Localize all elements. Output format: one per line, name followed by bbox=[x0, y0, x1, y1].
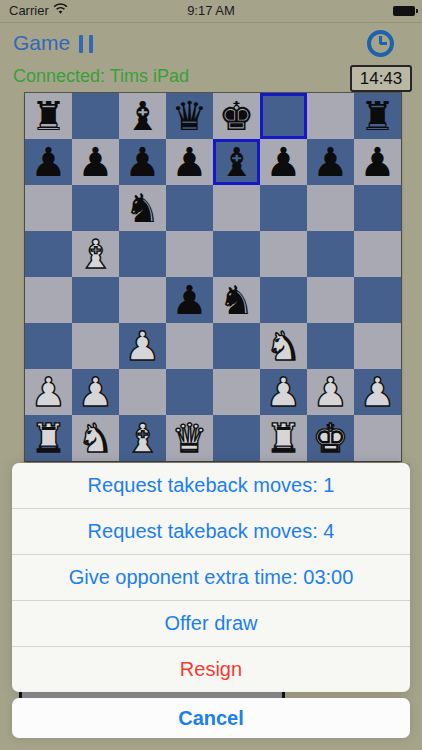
square-d3[interactable] bbox=[166, 323, 213, 369]
square-c4[interactable] bbox=[119, 277, 166, 323]
black-rook: ♜ bbox=[31, 93, 67, 139]
pause-icon[interactable] bbox=[79, 35, 93, 53]
square-b6[interactable] bbox=[72, 185, 119, 231]
square-a5[interactable] bbox=[25, 231, 72, 277]
square-b8[interactable] bbox=[72, 93, 119, 139]
square-d8[interactable]: ♛ bbox=[166, 93, 213, 139]
square-h6[interactable] bbox=[354, 185, 401, 231]
white-king: ♚ bbox=[313, 415, 349, 461]
square-g8[interactable] bbox=[307, 93, 354, 139]
square-b2[interactable]: ♟ bbox=[72, 369, 119, 415]
takeback-1-button[interactable]: Request takeback moves: 1 bbox=[12, 463, 410, 509]
square-g7[interactable]: ♟ bbox=[307, 139, 354, 185]
square-a2[interactable]: ♟ bbox=[25, 369, 72, 415]
black-bishop: ♝ bbox=[219, 139, 255, 185]
square-h7[interactable]: ♟ bbox=[354, 139, 401, 185]
black-bishop: ♝ bbox=[125, 93, 161, 139]
square-f8[interactable] bbox=[260, 93, 307, 139]
square-b1[interactable]: ♞ bbox=[72, 415, 119, 461]
square-f4[interactable] bbox=[260, 277, 307, 323]
takeback-4-button[interactable]: Request takeback moves: 4 bbox=[12, 509, 410, 555]
black-knight: ♞ bbox=[125, 185, 161, 231]
square-d1[interactable]: ♛ bbox=[166, 415, 213, 461]
battery-icon bbox=[393, 6, 415, 16]
square-h8[interactable]: ♜ bbox=[354, 93, 401, 139]
nav-bar: Game bbox=[0, 22, 422, 64]
square-e3[interactable] bbox=[213, 323, 260, 369]
square-h1[interactable] bbox=[354, 415, 401, 461]
square-g6[interactable] bbox=[307, 185, 354, 231]
square-f5[interactable] bbox=[260, 231, 307, 277]
white-knight: ♞ bbox=[78, 415, 114, 461]
square-h2[interactable]: ♟ bbox=[354, 369, 401, 415]
extra-time-button[interactable]: Give opponent extra time: 03:00 bbox=[12, 555, 410, 601]
white-knight: ♞ bbox=[266, 323, 302, 369]
square-d4[interactable]: ♟ bbox=[166, 277, 213, 323]
square-h4[interactable] bbox=[354, 277, 401, 323]
square-b7[interactable]: ♟ bbox=[72, 139, 119, 185]
connection-status: Connected: Tims iPad bbox=[13, 66, 189, 87]
white-pawn: ♟ bbox=[313, 369, 349, 415]
resign-button[interactable]: Resign bbox=[12, 647, 410, 692]
square-b4[interactable] bbox=[72, 277, 119, 323]
square-d7[interactable]: ♟ bbox=[166, 139, 213, 185]
white-pawn: ♟ bbox=[360, 369, 396, 415]
square-e4[interactable]: ♞ bbox=[213, 277, 260, 323]
black-knight: ♞ bbox=[219, 277, 255, 323]
square-f6[interactable] bbox=[260, 185, 307, 231]
black-pawn: ♟ bbox=[313, 139, 349, 185]
game-menu-button[interactable]: Game bbox=[13, 31, 70, 55]
status-time: 9:17 AM bbox=[0, 3, 422, 18]
black-pawn: ♟ bbox=[172, 139, 208, 185]
square-e1[interactable] bbox=[213, 415, 260, 461]
white-pawn: ♟ bbox=[125, 323, 161, 369]
square-c3[interactable]: ♟ bbox=[119, 323, 166, 369]
white-bishop: ♝ bbox=[78, 231, 114, 277]
square-a3[interactable] bbox=[25, 323, 72, 369]
square-f1[interactable]: ♜ bbox=[260, 415, 307, 461]
square-g2[interactable]: ♟ bbox=[307, 369, 354, 415]
square-f3[interactable]: ♞ bbox=[260, 323, 307, 369]
cancel-button[interactable]: Cancel bbox=[12, 698, 410, 738]
square-a7[interactable]: ♟ bbox=[25, 139, 72, 185]
square-c5[interactable] bbox=[119, 231, 166, 277]
square-e8[interactable]: ♚ bbox=[213, 93, 260, 139]
opponent-clock: 14:43 bbox=[350, 65, 412, 92]
black-pawn: ♟ bbox=[125, 139, 161, 185]
square-f7[interactable]: ♟ bbox=[260, 139, 307, 185]
app-screen: Carrier 9:17 AM Game Connected: Tims iPa… bbox=[0, 0, 422, 750]
square-h5[interactable] bbox=[354, 231, 401, 277]
black-pawn: ♟ bbox=[360, 139, 396, 185]
square-c2[interactable] bbox=[119, 369, 166, 415]
black-pawn: ♟ bbox=[31, 139, 67, 185]
black-king: ♚ bbox=[219, 93, 255, 139]
black-pawn: ♟ bbox=[172, 277, 208, 323]
square-b3[interactable] bbox=[72, 323, 119, 369]
white-rook: ♜ bbox=[266, 415, 302, 461]
connection-row: Connected: Tims iPad 14:43 bbox=[0, 64, 422, 92]
square-c1[interactable]: ♝ bbox=[119, 415, 166, 461]
offer-draw-button[interactable]: Offer draw bbox=[12, 601, 410, 647]
square-e2[interactable] bbox=[213, 369, 260, 415]
square-c8[interactable]: ♝ bbox=[119, 93, 166, 139]
black-pawn: ♟ bbox=[266, 139, 302, 185]
chess-board[interactable]: ♜♝♛♚♜♟♟♟♟♝♟♟♟♞♝♟♞♟♞♟♟♟♟♟♜♞♝♛♜♚ bbox=[25, 93, 401, 461]
square-a1[interactable]: ♜ bbox=[25, 415, 72, 461]
square-d5[interactable] bbox=[166, 231, 213, 277]
square-e6[interactable] bbox=[213, 185, 260, 231]
square-h3[interactable] bbox=[354, 323, 401, 369]
clock-icon[interactable] bbox=[367, 30, 394, 57]
square-g1[interactable]: ♚ bbox=[307, 415, 354, 461]
white-queen: ♛ bbox=[172, 415, 208, 461]
square-a8[interactable]: ♜ bbox=[25, 93, 72, 139]
square-a4[interactable] bbox=[25, 277, 72, 323]
square-g5[interactable] bbox=[307, 231, 354, 277]
white-pawn: ♟ bbox=[266, 369, 302, 415]
square-d2[interactable] bbox=[166, 369, 213, 415]
square-e5[interactable] bbox=[213, 231, 260, 277]
square-c6[interactable]: ♞ bbox=[119, 185, 166, 231]
square-g4[interactable] bbox=[307, 277, 354, 323]
white-pawn: ♟ bbox=[78, 369, 114, 415]
square-g3[interactable] bbox=[307, 323, 354, 369]
white-rook: ♜ bbox=[31, 415, 67, 461]
square-a6[interactable] bbox=[25, 185, 72, 231]
square-d6[interactable] bbox=[166, 185, 213, 231]
action-sheet: Request takeback moves: 1 Request takeba… bbox=[12, 463, 410, 692]
black-rook: ♜ bbox=[360, 93, 396, 139]
status-bar: Carrier 9:17 AM bbox=[0, 0, 422, 23]
white-pawn: ♟ bbox=[31, 369, 67, 415]
square-f2[interactable]: ♟ bbox=[260, 369, 307, 415]
square-e7[interactable]: ♝ bbox=[213, 139, 260, 185]
white-bishop: ♝ bbox=[125, 415, 161, 461]
square-b5[interactable]: ♝ bbox=[72, 231, 119, 277]
square-c7[interactable]: ♟ bbox=[119, 139, 166, 185]
black-pawn: ♟ bbox=[78, 139, 114, 185]
black-queen: ♛ bbox=[172, 93, 208, 139]
